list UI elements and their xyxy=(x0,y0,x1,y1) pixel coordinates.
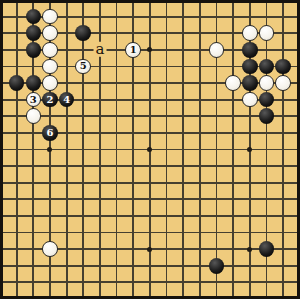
intersection[interactable] xyxy=(225,125,242,142)
intersection[interactable] xyxy=(42,0,59,8)
intersection[interactable] xyxy=(142,42,159,59)
intersection[interactable] xyxy=(291,224,300,241)
intersection[interactable] xyxy=(92,58,109,75)
intersection[interactable] xyxy=(0,58,8,75)
intersection[interactable] xyxy=(225,274,242,291)
intersection[interactable] xyxy=(42,108,59,125)
intersection[interactable] xyxy=(42,141,59,158)
intersection[interactable] xyxy=(158,291,175,299)
intersection[interactable] xyxy=(42,158,59,175)
intersection[interactable] xyxy=(142,0,159,8)
intersection[interactable] xyxy=(275,58,292,75)
intersection[interactable] xyxy=(8,274,25,291)
intersection[interactable] xyxy=(242,8,259,25)
intersection[interactable] xyxy=(175,224,192,241)
intersection[interactable] xyxy=(42,75,59,92)
intersection[interactable] xyxy=(192,291,209,299)
intersection[interactable] xyxy=(42,25,59,42)
intersection[interactable] xyxy=(192,257,209,274)
intersection[interactable] xyxy=(8,0,25,8)
intersection[interactable] xyxy=(192,241,209,258)
intersection[interactable] xyxy=(75,91,92,108)
intersection[interactable] xyxy=(142,158,159,175)
intersection[interactable] xyxy=(258,141,275,158)
intersection[interactable] xyxy=(208,191,225,208)
intersection[interactable]: 1 xyxy=(125,42,142,59)
intersection[interactable] xyxy=(58,158,75,175)
intersection[interactable] xyxy=(291,0,300,8)
intersection[interactable] xyxy=(58,224,75,241)
intersection[interactable] xyxy=(158,58,175,75)
intersection[interactable] xyxy=(25,208,42,225)
intersection[interactable] xyxy=(192,158,209,175)
intersection[interactable] xyxy=(0,141,8,158)
intersection[interactable] xyxy=(92,75,109,92)
intersection[interactable] xyxy=(142,25,159,42)
intersection[interactable] xyxy=(242,75,259,92)
intersection[interactable] xyxy=(8,241,25,258)
intersection[interactable] xyxy=(275,108,292,125)
intersection[interactable] xyxy=(42,224,59,241)
intersection[interactable] xyxy=(142,224,159,241)
intersection[interactable] xyxy=(208,158,225,175)
intersection[interactable] xyxy=(58,241,75,258)
intersection[interactable] xyxy=(108,174,125,191)
intersection[interactable]: 4 xyxy=(58,91,75,108)
intersection[interactable] xyxy=(75,125,92,142)
intersection[interactable] xyxy=(8,174,25,191)
intersection[interactable] xyxy=(225,191,242,208)
intersection[interactable] xyxy=(42,174,59,191)
intersection[interactable] xyxy=(108,274,125,291)
intersection[interactable] xyxy=(142,141,159,158)
intersection[interactable] xyxy=(258,191,275,208)
intersection[interactable] xyxy=(25,75,42,92)
intersection[interactable] xyxy=(42,191,59,208)
intersection[interactable] xyxy=(142,291,159,299)
intersection[interactable] xyxy=(258,8,275,25)
intersection[interactable] xyxy=(225,224,242,241)
intersection[interactable] xyxy=(75,25,92,42)
intersection[interactable] xyxy=(158,141,175,158)
intersection[interactable] xyxy=(192,108,209,125)
intersection[interactable] xyxy=(8,108,25,125)
intersection[interactable] xyxy=(275,174,292,191)
intersection[interactable] xyxy=(25,291,42,299)
intersection[interactable] xyxy=(58,174,75,191)
intersection[interactable] xyxy=(225,174,242,191)
intersection[interactable] xyxy=(158,25,175,42)
intersection[interactable] xyxy=(125,108,142,125)
intersection[interactable] xyxy=(92,141,109,158)
intersection[interactable] xyxy=(175,58,192,75)
intersection[interactable] xyxy=(42,58,59,75)
intersection[interactable] xyxy=(208,241,225,258)
intersection[interactable] xyxy=(58,291,75,299)
intersection[interactable] xyxy=(0,108,8,125)
intersection[interactable] xyxy=(92,224,109,241)
intersection[interactable] xyxy=(8,224,25,241)
intersection[interactable] xyxy=(208,125,225,142)
intersection[interactable] xyxy=(92,158,109,175)
intersection[interactable] xyxy=(225,241,242,258)
intersection[interactable] xyxy=(275,224,292,241)
intersection[interactable] xyxy=(208,274,225,291)
intersection[interactable] xyxy=(175,108,192,125)
intersection[interactable]: 6 xyxy=(42,125,59,142)
intersection[interactable] xyxy=(258,125,275,142)
intersection[interactable] xyxy=(291,125,300,142)
intersection[interactable] xyxy=(192,58,209,75)
intersection[interactable] xyxy=(142,8,159,25)
intersection[interactable] xyxy=(225,0,242,8)
intersection[interactable] xyxy=(75,208,92,225)
intersection[interactable] xyxy=(108,291,125,299)
intersection[interactable] xyxy=(208,42,225,59)
intersection[interactable] xyxy=(291,257,300,274)
intersection[interactable] xyxy=(175,274,192,291)
intersection[interactable] xyxy=(25,125,42,142)
intersection[interactable] xyxy=(258,25,275,42)
intersection[interactable] xyxy=(108,108,125,125)
intersection[interactable] xyxy=(75,108,92,125)
intersection[interactable] xyxy=(242,158,259,175)
intersection[interactable] xyxy=(142,91,159,108)
intersection[interactable] xyxy=(8,291,25,299)
intersection[interactable] xyxy=(258,208,275,225)
intersection[interactable] xyxy=(125,241,142,258)
intersection[interactable] xyxy=(8,125,25,142)
intersection[interactable] xyxy=(25,108,42,125)
intersection[interactable] xyxy=(192,8,209,25)
intersection[interactable] xyxy=(208,174,225,191)
intersection[interactable] xyxy=(275,274,292,291)
intersection[interactable] xyxy=(192,274,209,291)
intersection[interactable] xyxy=(8,75,25,92)
intersection[interactable] xyxy=(142,108,159,125)
intersection[interactable] xyxy=(25,191,42,208)
intersection[interactable] xyxy=(75,158,92,175)
intersection[interactable] xyxy=(225,108,242,125)
intersection[interactable] xyxy=(108,224,125,241)
intersection[interactable] xyxy=(175,174,192,191)
intersection[interactable] xyxy=(258,224,275,241)
intersection[interactable] xyxy=(158,174,175,191)
intersection[interactable] xyxy=(75,42,92,59)
intersection[interactable] xyxy=(158,75,175,92)
intersection[interactable] xyxy=(25,257,42,274)
intersection[interactable] xyxy=(258,0,275,8)
intersection[interactable] xyxy=(142,208,159,225)
intersection[interactable] xyxy=(175,75,192,92)
intersection[interactable] xyxy=(275,25,292,42)
intersection[interactable] xyxy=(192,141,209,158)
intersection[interactable] xyxy=(0,125,8,142)
intersection[interactable] xyxy=(275,125,292,142)
intersection[interactable]: 2 xyxy=(42,91,59,108)
intersection[interactable] xyxy=(258,291,275,299)
intersection[interactable] xyxy=(108,58,125,75)
intersection[interactable] xyxy=(158,91,175,108)
intersection[interactable] xyxy=(258,257,275,274)
intersection[interactable] xyxy=(291,241,300,258)
intersection[interactable] xyxy=(92,108,109,125)
intersection[interactable] xyxy=(0,191,8,208)
intersection[interactable] xyxy=(92,174,109,191)
intersection[interactable] xyxy=(108,8,125,25)
intersection[interactable] xyxy=(58,0,75,8)
intersection[interactable] xyxy=(208,91,225,108)
intersection[interactable] xyxy=(75,274,92,291)
intersection[interactable] xyxy=(158,241,175,258)
intersection[interactable] xyxy=(175,0,192,8)
intersection[interactable] xyxy=(75,0,92,8)
intersection[interactable] xyxy=(242,274,259,291)
intersection[interactable] xyxy=(275,8,292,25)
intersection[interactable] xyxy=(8,25,25,42)
intersection[interactable] xyxy=(291,158,300,175)
intersection[interactable] xyxy=(275,42,292,59)
intersection[interactable] xyxy=(25,141,42,158)
intersection[interactable] xyxy=(8,141,25,158)
intersection[interactable] xyxy=(291,91,300,108)
intersection[interactable] xyxy=(8,8,25,25)
intersection[interactable] xyxy=(8,42,25,59)
intersection[interactable] xyxy=(8,257,25,274)
intersection[interactable] xyxy=(75,191,92,208)
intersection[interactable] xyxy=(208,291,225,299)
intersection[interactable] xyxy=(0,291,8,299)
intersection[interactable] xyxy=(175,291,192,299)
intersection[interactable] xyxy=(258,241,275,258)
intersection[interactable] xyxy=(225,208,242,225)
intersection[interactable] xyxy=(242,208,259,225)
intersection[interactable] xyxy=(125,125,142,142)
intersection[interactable] xyxy=(175,191,192,208)
intersection[interactable] xyxy=(125,208,142,225)
intersection[interactable] xyxy=(75,75,92,92)
intersection[interactable] xyxy=(291,174,300,191)
intersection[interactable] xyxy=(158,191,175,208)
intersection[interactable] xyxy=(275,91,292,108)
intersection[interactable] xyxy=(258,108,275,125)
intersection[interactable] xyxy=(208,25,225,42)
intersection[interactable] xyxy=(125,141,142,158)
intersection[interactable] xyxy=(92,241,109,258)
intersection[interactable] xyxy=(108,208,125,225)
intersection[interactable] xyxy=(175,125,192,142)
intersection[interactable] xyxy=(0,174,8,191)
intersection[interactable] xyxy=(92,274,109,291)
intersection[interactable] xyxy=(158,257,175,274)
intersection[interactable] xyxy=(58,274,75,291)
intersection[interactable] xyxy=(142,274,159,291)
intersection[interactable] xyxy=(225,141,242,158)
intersection[interactable] xyxy=(125,91,142,108)
intersection[interactable] xyxy=(25,42,42,59)
intersection[interactable] xyxy=(291,291,300,299)
intersection[interactable] xyxy=(92,0,109,8)
intersection[interactable] xyxy=(275,191,292,208)
intersection[interactable] xyxy=(25,174,42,191)
intersection[interactable] xyxy=(175,8,192,25)
intersection[interactable] xyxy=(275,75,292,92)
intersection[interactable] xyxy=(291,75,300,92)
intersection[interactable] xyxy=(158,42,175,59)
intersection[interactable] xyxy=(208,8,225,25)
intersection[interactable] xyxy=(0,208,8,225)
intersection[interactable] xyxy=(291,141,300,158)
intersection[interactable] xyxy=(42,208,59,225)
intersection[interactable] xyxy=(58,75,75,92)
intersection[interactable] xyxy=(225,42,242,59)
intersection[interactable] xyxy=(291,58,300,75)
intersection[interactable] xyxy=(192,191,209,208)
intersection[interactable] xyxy=(258,91,275,108)
intersection[interactable] xyxy=(58,25,75,42)
intersection[interactable] xyxy=(192,75,209,92)
intersection[interactable] xyxy=(225,75,242,92)
intersection[interactable] xyxy=(0,224,8,241)
intersection[interactable] xyxy=(225,58,242,75)
intersection[interactable] xyxy=(58,58,75,75)
intersection[interactable] xyxy=(275,141,292,158)
intersection[interactable] xyxy=(0,241,8,258)
intersection[interactable] xyxy=(158,108,175,125)
intersection[interactable] xyxy=(175,158,192,175)
intersection[interactable] xyxy=(42,241,59,258)
intersection[interactable] xyxy=(92,91,109,108)
intersection[interactable] xyxy=(58,8,75,25)
intersection[interactable] xyxy=(92,257,109,274)
intersection[interactable] xyxy=(125,8,142,25)
intersection[interactable] xyxy=(158,274,175,291)
intersection[interactable] xyxy=(175,42,192,59)
intersection[interactable] xyxy=(25,158,42,175)
intersection[interactable] xyxy=(258,174,275,191)
intersection[interactable] xyxy=(125,0,142,8)
intersection[interactable] xyxy=(242,0,259,8)
intersection[interactable] xyxy=(0,42,8,59)
intersection[interactable] xyxy=(158,224,175,241)
intersection[interactable] xyxy=(42,274,59,291)
intersection[interactable] xyxy=(142,58,159,75)
intersection[interactable] xyxy=(208,257,225,274)
intersection[interactable]: a xyxy=(92,42,109,59)
intersection[interactable] xyxy=(0,0,8,8)
intersection[interactable] xyxy=(125,58,142,75)
intersection[interactable] xyxy=(242,58,259,75)
intersection[interactable] xyxy=(125,25,142,42)
intersection[interactable] xyxy=(58,257,75,274)
intersection[interactable] xyxy=(258,274,275,291)
intersection[interactable] xyxy=(75,8,92,25)
intersection[interactable] xyxy=(208,75,225,92)
intersection[interactable] xyxy=(225,91,242,108)
intersection[interactable] xyxy=(0,158,8,175)
intersection[interactable] xyxy=(8,158,25,175)
intersection[interactable] xyxy=(242,141,259,158)
intersection[interactable] xyxy=(291,25,300,42)
intersection[interactable] xyxy=(192,42,209,59)
intersection[interactable] xyxy=(92,208,109,225)
intersection[interactable] xyxy=(175,91,192,108)
intersection[interactable] xyxy=(108,191,125,208)
intersection[interactable] xyxy=(108,25,125,42)
intersection[interactable]: 5 xyxy=(75,58,92,75)
intersection[interactable] xyxy=(142,257,159,274)
intersection[interactable] xyxy=(0,25,8,42)
intersection[interactable] xyxy=(75,241,92,258)
intersection[interactable] xyxy=(108,241,125,258)
intersection[interactable] xyxy=(25,241,42,258)
intersection[interactable] xyxy=(275,257,292,274)
intersection[interactable] xyxy=(275,0,292,8)
intersection[interactable] xyxy=(291,108,300,125)
intersection[interactable] xyxy=(208,0,225,8)
intersection[interactable] xyxy=(108,0,125,8)
intersection[interactable] xyxy=(142,191,159,208)
intersection[interactable] xyxy=(192,174,209,191)
intersection[interactable] xyxy=(225,25,242,42)
intersection[interactable] xyxy=(291,191,300,208)
intersection[interactable] xyxy=(25,58,42,75)
intersection[interactable] xyxy=(58,125,75,142)
intersection[interactable] xyxy=(25,8,42,25)
intersection[interactable] xyxy=(225,291,242,299)
intersection[interactable] xyxy=(275,158,292,175)
intersection[interactable] xyxy=(8,208,25,225)
intersection[interactable] xyxy=(158,0,175,8)
intersection[interactable] xyxy=(291,42,300,59)
intersection[interactable] xyxy=(258,58,275,75)
intersection[interactable] xyxy=(125,274,142,291)
intersection[interactable] xyxy=(8,191,25,208)
intersection[interactable] xyxy=(242,174,259,191)
intersection[interactable] xyxy=(8,91,25,108)
intersection[interactable] xyxy=(242,108,259,125)
intersection[interactable] xyxy=(125,174,142,191)
intersection[interactable] xyxy=(208,58,225,75)
intersection[interactable] xyxy=(242,125,259,142)
intersection[interactable] xyxy=(125,75,142,92)
intersection[interactable] xyxy=(142,241,159,258)
intersection[interactable] xyxy=(175,141,192,158)
intersection[interactable] xyxy=(42,8,59,25)
intersection[interactable] xyxy=(142,75,159,92)
intersection[interactable] xyxy=(175,25,192,42)
intersection[interactable] xyxy=(225,257,242,274)
intersection[interactable] xyxy=(125,224,142,241)
intersection[interactable] xyxy=(92,8,109,25)
intersection[interactable] xyxy=(158,125,175,142)
intersection[interactable] xyxy=(42,42,59,59)
intersection[interactable] xyxy=(58,208,75,225)
intersection[interactable] xyxy=(192,224,209,241)
intersection[interactable] xyxy=(0,8,8,25)
intersection[interactable] xyxy=(258,42,275,59)
intersection[interactable] xyxy=(42,291,59,299)
intersection[interactable] xyxy=(75,141,92,158)
intersection[interactable] xyxy=(0,91,8,108)
intersection[interactable] xyxy=(125,191,142,208)
intersection[interactable] xyxy=(8,58,25,75)
intersection[interactable] xyxy=(108,257,125,274)
intersection[interactable] xyxy=(142,125,159,142)
intersection[interactable] xyxy=(225,158,242,175)
intersection[interactable] xyxy=(42,257,59,274)
intersection[interactable] xyxy=(192,208,209,225)
